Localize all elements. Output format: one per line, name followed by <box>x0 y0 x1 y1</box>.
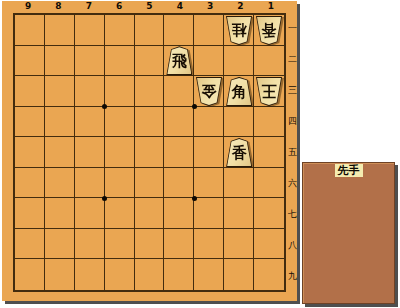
file-label: 4 <box>165 1 195 12</box>
cell-36[interactable] <box>194 168 224 199</box>
file-label: 5 <box>134 1 164 12</box>
cell-89[interactable] <box>45 259 75 290</box>
cell-59[interactable] <box>135 259 165 290</box>
cell-86[interactable] <box>45 168 75 199</box>
cell-68[interactable] <box>105 229 135 260</box>
sente-komadai: 先手 <box>302 162 395 304</box>
cell-55[interactable] <box>135 137 165 168</box>
piece-face: 王 <box>257 78 281 105</box>
cell-19[interactable] <box>254 259 284 290</box>
cell-12[interactable] <box>254 46 284 77</box>
shogi-app: 987654321 一二三四五六七八九 桂香飛金角王香 先手 <box>0 0 400 308</box>
cell-69[interactable] <box>105 259 135 290</box>
piece-shape: 香 <box>256 16 282 45</box>
file-label: 7 <box>74 1 104 12</box>
cell-35[interactable] <box>194 137 224 168</box>
cell-34[interactable] <box>194 107 224 138</box>
star-point <box>192 196 197 201</box>
cell-54[interactable] <box>135 107 165 138</box>
file-label: 3 <box>195 1 225 12</box>
cell-18[interactable] <box>254 229 284 260</box>
cell-67[interactable] <box>105 198 135 229</box>
cell-56[interactable] <box>135 168 165 199</box>
cell-82[interactable] <box>45 46 75 77</box>
cell-83[interactable] <box>45 76 75 107</box>
cell-97[interactable] <box>15 198 45 229</box>
piece-gote-knight[interactable]: 桂 <box>226 16 252 45</box>
cell-62[interactable] <box>105 46 135 77</box>
cell-24[interactable] <box>224 107 254 138</box>
cell-78[interactable] <box>75 229 105 260</box>
cell-94[interactable] <box>15 107 45 138</box>
cell-44[interactable] <box>164 107 194 138</box>
piece-gote-gold[interactable]: 金 <box>196 77 222 106</box>
rank-label: 五 <box>288 137 297 168</box>
sente-hand-tray[interactable] <box>305 179 392 301</box>
cell-92[interactable] <box>15 46 45 77</box>
cell-84[interactable] <box>45 107 75 138</box>
piece-face: 香 <box>227 139 251 166</box>
cell-39[interactable] <box>194 259 224 290</box>
cell-75[interactable] <box>75 137 105 168</box>
cell-27[interactable] <box>224 198 254 229</box>
shogi-board: 987654321 一二三四五六七八九 桂香飛金角王香 <box>2 1 297 301</box>
piece-kanji: 角 <box>232 85 247 100</box>
cell-81[interactable] <box>45 15 75 46</box>
cell-46[interactable] <box>164 168 194 199</box>
cell-32[interactable] <box>194 46 224 77</box>
file-labels: 987654321 <box>13 1 286 12</box>
cell-49[interactable] <box>164 259 194 290</box>
cell-79[interactable] <box>75 259 105 290</box>
piece-gote-lance[interactable]: 香 <box>256 16 282 45</box>
piece-face: 桂 <box>227 17 251 44</box>
rank-label: 四 <box>288 106 297 137</box>
cell-45[interactable] <box>164 137 194 168</box>
piece-face: 角 <box>227 78 251 105</box>
file-label: 8 <box>43 1 73 12</box>
cell-95[interactable] <box>15 137 45 168</box>
piece-shape: 角 <box>226 77 252 106</box>
rank-label: 一 <box>288 13 297 44</box>
cell-63[interactable] <box>105 76 135 107</box>
star-point <box>102 196 107 201</box>
cell-16[interactable] <box>254 168 284 199</box>
cell-85[interactable] <box>45 137 75 168</box>
cell-53[interactable] <box>135 76 165 107</box>
cell-61[interactable] <box>105 15 135 46</box>
cell-73[interactable] <box>75 76 105 107</box>
cell-37[interactable] <box>194 198 224 229</box>
cell-41[interactable] <box>164 15 194 46</box>
rank-label: 二 <box>288 44 297 75</box>
piece-gote-king[interactable]: 王 <box>256 77 282 106</box>
cell-99[interactable] <box>15 259 45 290</box>
piece-shape: 香 <box>226 138 252 167</box>
cell-77[interactable] <box>75 198 105 229</box>
piece-shape: 桂 <box>226 16 252 45</box>
cell-22[interactable] <box>224 46 254 77</box>
cell-52[interactable] <box>135 46 165 77</box>
cell-87[interactable] <box>45 198 75 229</box>
rank-label: 六 <box>288 168 297 199</box>
piece-face: 飛 <box>167 47 191 74</box>
piece-kanji: 桂 <box>232 22 247 37</box>
cell-51[interactable] <box>135 15 165 46</box>
piece-shape: 金 <box>196 77 222 106</box>
cell-64[interactable] <box>105 107 135 138</box>
cell-14[interactable] <box>254 107 284 138</box>
cell-57[interactable] <box>135 198 165 229</box>
cell-91[interactable] <box>15 15 45 46</box>
cell-66[interactable] <box>105 168 135 199</box>
cell-96[interactable] <box>15 168 45 199</box>
piece-kanji: 飛 <box>172 54 187 69</box>
cell-28[interactable] <box>224 229 254 260</box>
rank-label: 九 <box>288 261 297 292</box>
piece-shape: 飛 <box>166 46 192 75</box>
board-grid: 桂香飛金角王香 <box>13 13 286 292</box>
cell-43[interactable] <box>164 76 194 107</box>
piece-sente-lance[interactable]: 香 <box>226 138 252 167</box>
cell-58[interactable] <box>135 229 165 260</box>
rank-label: 七 <box>288 199 297 230</box>
cell-98[interactable] <box>15 229 45 260</box>
cell-65[interactable] <box>105 137 135 168</box>
piece-sente-bishop[interactable]: 角 <box>226 77 252 106</box>
rank-label: 八 <box>288 230 297 261</box>
cell-74[interactable] <box>75 107 105 138</box>
cell-71[interactable] <box>75 15 105 46</box>
file-label: 6 <box>104 1 134 12</box>
cell-47[interactable] <box>164 198 194 229</box>
piece-kanji: 王 <box>262 83 277 98</box>
cell-15[interactable] <box>254 137 284 168</box>
file-label: 2 <box>225 1 255 12</box>
cell-38[interactable] <box>194 229 224 260</box>
cell-76[interactable] <box>75 168 105 199</box>
cell-93[interactable] <box>15 76 45 107</box>
cell-26[interactable] <box>224 168 254 199</box>
piece-kanji: 香 <box>232 146 247 161</box>
cell-29[interactable] <box>224 259 254 290</box>
cell-17[interactable] <box>254 198 284 229</box>
rank-labels: 一二三四五六七八九 <box>288 13 297 292</box>
cell-88[interactable] <box>45 229 75 260</box>
piece-kanji: 香 <box>262 22 277 37</box>
piece-shape: 王 <box>256 77 282 106</box>
file-label: 9 <box>13 1 43 12</box>
rank-label: 三 <box>288 75 297 106</box>
piece-face: 金 <box>197 78 221 105</box>
cell-31[interactable] <box>194 15 224 46</box>
sente-label: 先手 <box>335 164 363 177</box>
cell-72[interactable] <box>75 46 105 77</box>
piece-kanji: 金 <box>202 83 217 98</box>
file-label: 1 <box>256 1 286 12</box>
cell-48[interactable] <box>164 229 194 260</box>
piece-face: 香 <box>257 17 281 44</box>
piece-sente-rook[interactable]: 飛 <box>166 46 192 75</box>
